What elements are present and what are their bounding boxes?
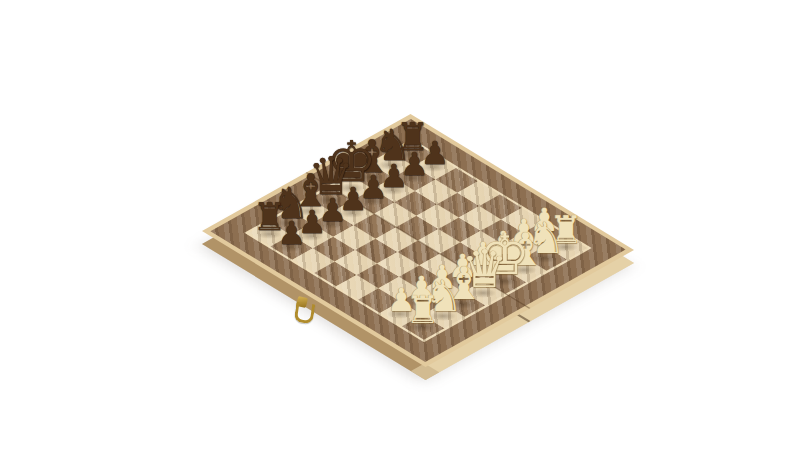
pawn-icon: ♟ [277,217,306,249]
product-photo: ♜♞♝♛♚♝♞♜♟♟♟♟♟♟♟♟♟♟♟♟♟♟♟♟♜♞♝♛♚♝♞♜ [0,0,800,450]
rook-icon: ♜ [406,291,440,329]
pieces-layer: ♜♞♝♛♚♝♞♜♟♟♟♟♟♟♟♟♟♟♟♟♟♟♟♟♜♞♝♛♚♝♞♜ [0,0,800,450]
